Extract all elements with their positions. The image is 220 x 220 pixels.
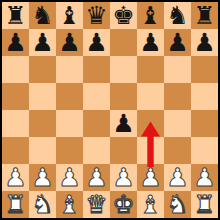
black-pawn-f7[interactable]: ♟	[139, 29, 161, 56]
chess-board: ♜♞♝♛♚♝♞♜♟♟♟♟♟♟♟♟♟♟♟♟♟♟♟♟♜♞♝♛♚♝♞♜	[0, 0, 220, 220]
square-b3[interactable]	[29, 137, 56, 164]
white-pawn-d2[interactable]: ♟	[85, 164, 107, 191]
square-c5[interactable]	[56, 83, 83, 110]
square-f5[interactable]	[137, 83, 164, 110]
square-c3[interactable]	[56, 137, 83, 164]
square-g5[interactable]	[164, 83, 191, 110]
square-d6[interactable]	[83, 56, 110, 83]
square-f8[interactable]: ♝	[137, 2, 164, 29]
square-f3[interactable]	[137, 137, 164, 164]
square-a5[interactable]	[2, 83, 29, 110]
square-a8[interactable]: ♜	[2, 2, 29, 29]
black-pawn-b7[interactable]: ♟	[31, 29, 53, 56]
square-h4[interactable]	[191, 110, 218, 137]
square-c4[interactable]	[56, 110, 83, 137]
square-c7[interactable]: ♟	[56, 29, 83, 56]
square-d8[interactable]: ♛	[83, 2, 110, 29]
white-pawn-f2[interactable]: ♟	[139, 164, 161, 191]
white-rook-a1[interactable]: ♜	[4, 191, 26, 218]
square-h2[interactable]: ♟	[191, 164, 218, 191]
square-h7[interactable]: ♟	[191, 29, 218, 56]
square-e7[interactable]	[110, 29, 137, 56]
square-b5[interactable]	[29, 83, 56, 110]
square-c8[interactable]: ♝	[56, 2, 83, 29]
black-bishop-c8[interactable]: ♝	[58, 2, 80, 29]
white-pawn-g2[interactable]: ♟	[166, 164, 188, 191]
square-e6[interactable]	[110, 56, 137, 83]
square-f6[interactable]	[137, 56, 164, 83]
black-pawn-g7[interactable]: ♟	[166, 29, 188, 56]
white-knight-b1[interactable]: ♞	[31, 191, 53, 218]
square-b2[interactable]: ♟	[29, 164, 56, 191]
square-h1[interactable]: ♜	[191, 191, 218, 218]
square-g1[interactable]: ♞	[164, 191, 191, 218]
white-pawn-e2[interactable]: ♟	[112, 164, 134, 191]
black-pawn-e4[interactable]: ♟	[112, 110, 134, 137]
white-pawn-h2[interactable]: ♟	[193, 164, 215, 191]
square-d3[interactable]	[83, 137, 110, 164]
square-a6[interactable]	[2, 56, 29, 83]
square-h6[interactable]	[191, 56, 218, 83]
white-pawn-c2[interactable]: ♟	[58, 164, 80, 191]
square-g2[interactable]: ♟	[164, 164, 191, 191]
square-c1[interactable]: ♝	[56, 191, 83, 218]
black-bishop-f8[interactable]: ♝	[139, 2, 161, 29]
square-b6[interactable]	[29, 56, 56, 83]
square-f4[interactable]	[137, 110, 164, 137]
black-king-e8[interactable]: ♚	[112, 2, 134, 29]
white-queen-d1[interactable]: ♛	[85, 191, 107, 218]
square-d2[interactable]: ♟	[83, 164, 110, 191]
square-e3[interactable]	[110, 137, 137, 164]
square-e2[interactable]: ♟	[110, 164, 137, 191]
square-a7[interactable]: ♟	[2, 29, 29, 56]
black-knight-b8[interactable]: ♞	[31, 2, 53, 29]
square-g8[interactable]: ♞	[164, 2, 191, 29]
square-g4[interactable]	[164, 110, 191, 137]
square-g7[interactable]: ♟	[164, 29, 191, 56]
square-d5[interactable]	[83, 83, 110, 110]
square-d4[interactable]	[83, 110, 110, 137]
square-b8[interactable]: ♞	[29, 2, 56, 29]
square-a3[interactable]	[2, 137, 29, 164]
black-rook-h8[interactable]: ♜	[193, 2, 215, 29]
square-h5[interactable]	[191, 83, 218, 110]
square-c6[interactable]	[56, 56, 83, 83]
white-king-e1[interactable]: ♚	[112, 191, 134, 218]
white-rook-h1[interactable]: ♜	[193, 191, 215, 218]
white-pawn-b2[interactable]: ♟	[31, 164, 53, 191]
square-e1[interactable]: ♚	[110, 191, 137, 218]
square-d7[interactable]: ♟	[83, 29, 110, 56]
square-f1[interactable]: ♝	[137, 191, 164, 218]
black-rook-a8[interactable]: ♜	[4, 2, 26, 29]
square-a4[interactable]	[2, 110, 29, 137]
square-g6[interactable]	[164, 56, 191, 83]
square-e5[interactable]	[110, 83, 137, 110]
square-e8[interactable]: ♚	[110, 2, 137, 29]
square-b7[interactable]: ♟	[29, 29, 56, 56]
square-h3[interactable]	[191, 137, 218, 164]
square-c2[interactable]: ♟	[56, 164, 83, 191]
square-a1[interactable]: ♜	[2, 191, 29, 218]
square-e4[interactable]: ♟	[110, 110, 137, 137]
square-f2[interactable]: ♟	[137, 164, 164, 191]
black-pawn-a7[interactable]: ♟	[4, 29, 26, 56]
black-queen-d8[interactable]: ♛	[85, 2, 107, 29]
white-pawn-a2[interactable]: ♟	[4, 164, 26, 191]
black-knight-g8[interactable]: ♞	[166, 2, 188, 29]
white-knight-g1[interactable]: ♞	[166, 191, 188, 218]
square-f7[interactable]: ♟	[137, 29, 164, 56]
square-b1[interactable]: ♞	[29, 191, 56, 218]
black-pawn-c7[interactable]: ♟	[58, 29, 80, 56]
black-pawn-h7[interactable]: ♟	[193, 29, 215, 56]
white-bishop-f1[interactable]: ♝	[139, 191, 161, 218]
square-g3[interactable]	[164, 137, 191, 164]
square-a2[interactable]: ♟	[2, 164, 29, 191]
black-pawn-d7[interactable]: ♟	[85, 29, 107, 56]
white-bishop-c1[interactable]: ♝	[58, 191, 80, 218]
square-d1[interactable]: ♛	[83, 191, 110, 218]
square-h8[interactable]: ♜	[191, 2, 218, 29]
square-b4[interactable]	[29, 110, 56, 137]
